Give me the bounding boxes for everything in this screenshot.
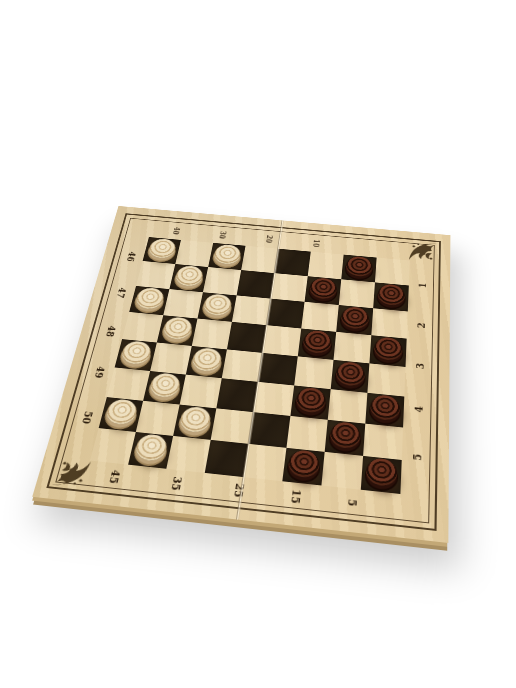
square-r3c6	[301, 302, 339, 332]
square-r2c4	[237, 270, 275, 299]
square-r7c5	[248, 412, 290, 448]
square-r2c2	[169, 264, 208, 292]
square-r5c8	[367, 363, 405, 396]
white-man	[162, 316, 194, 340]
white-man	[213, 243, 242, 264]
black-man	[335, 361, 366, 387]
white-man	[104, 398, 139, 425]
square-r3c7	[336, 305, 373, 335]
black-man	[374, 336, 403, 361]
white-man	[134, 287, 166, 310]
square-r6c4	[216, 378, 258, 412]
square-r5c5	[258, 353, 298, 386]
board-wrap: 40302010 453525155 4647484950 12345	[62, 150, 458, 546]
square-r1c4	[241, 246, 278, 273]
square-r2c7	[339, 279, 375, 308]
square-r6c6	[290, 385, 330, 419]
white-man	[178, 405, 212, 433]
square-r4c8	[369, 335, 406, 367]
black-man	[295, 386, 327, 413]
board-number-40: 40	[171, 227, 181, 235]
square-r2c3	[203, 267, 241, 295]
square-r3c3	[197, 292, 236, 322]
square-r4c4	[227, 322, 267, 353]
square-r7c3	[173, 405, 216, 440]
square-r2c5	[271, 273, 308, 302]
black-man	[329, 421, 361, 449]
board-number-35: 35	[168, 475, 184, 490]
square-r1c7	[341, 255, 376, 283]
square-r6c5	[253, 382, 294, 416]
square-r7c6	[286, 416, 327, 452]
black-man	[340, 306, 369, 330]
square-r4c7	[334, 332, 372, 364]
square-r4c5	[262, 325, 301, 356]
black-man	[365, 457, 397, 487]
square-r1c8	[375, 258, 410, 286]
square-r7c8	[363, 424, 403, 460]
square-r8c5	[243, 444, 286, 481]
checkers-board: 40302010 453525155 4647484950 12345	[32, 206, 450, 543]
white-man	[134, 433, 169, 462]
board-number-47: 47	[114, 287, 128, 298]
square-r2c8	[373, 282, 409, 311]
white-man	[148, 372, 182, 398]
square-r3c2	[163, 289, 203, 318]
square-r8c3	[166, 436, 210, 473]
square-r7c7	[325, 420, 366, 456]
square-r7c4	[211, 408, 254, 444]
board-number-49: 49	[91, 365, 106, 378]
square-r6c8	[365, 393, 404, 428]
fleur-ornament-icon	[407, 239, 439, 265]
black-man	[377, 283, 405, 306]
white-man	[191, 347, 223, 372]
square-r5c6	[294, 356, 333, 389]
square-r8c8	[361, 456, 402, 494]
board-number-45: 45	[106, 469, 122, 484]
board-number-30: 30	[218, 231, 228, 239]
board-number-46: 46	[124, 252, 138, 263]
square-r1c6	[308, 252, 344, 280]
product-photo: 40302010 453525155 4647484950 12345	[0, 0, 516, 688]
square-r2c6	[305, 276, 342, 305]
board-number-48: 48	[103, 325, 118, 337]
square-r5c2	[150, 343, 192, 375]
black-man	[309, 277, 338, 300]
square-r1c3	[208, 243, 245, 270]
white-man	[202, 293, 233, 316]
square-r5c3	[186, 346, 227, 378]
fleur-ornament-icon	[49, 454, 94, 490]
square-r8c6	[282, 448, 324, 486]
white-man	[147, 238, 177, 259]
square-r3c8	[371, 308, 407, 338]
black-man	[370, 394, 401, 421]
square-r5c7	[331, 360, 370, 393]
square-r1c2	[175, 240, 213, 267]
square-r8c4	[205, 440, 249, 477]
square-r6c3	[180, 375, 222, 409]
square-r1c5	[274, 249, 310, 277]
black-man	[287, 449, 320, 479]
board-number-20: 20	[264, 235, 274, 244]
playing-grid	[90, 237, 410, 494]
square-r4c3	[192, 319, 232, 350]
square-r6c2	[143, 371, 186, 405]
black-man	[345, 255, 373, 277]
white-man	[174, 265, 205, 287]
square-r3c5	[266, 299, 304, 329]
square-r4c6	[298, 328, 336, 359]
board-number-50: 50	[78, 411, 94, 425]
black-man	[302, 329, 332, 354]
square-r3c4	[232, 295, 271, 325]
square-r6c7	[328, 389, 368, 423]
square-r4c2	[157, 315, 198, 346]
square-r8c7	[321, 452, 363, 490]
white-man	[120, 340, 153, 365]
square-r5c4	[222, 349, 263, 381]
